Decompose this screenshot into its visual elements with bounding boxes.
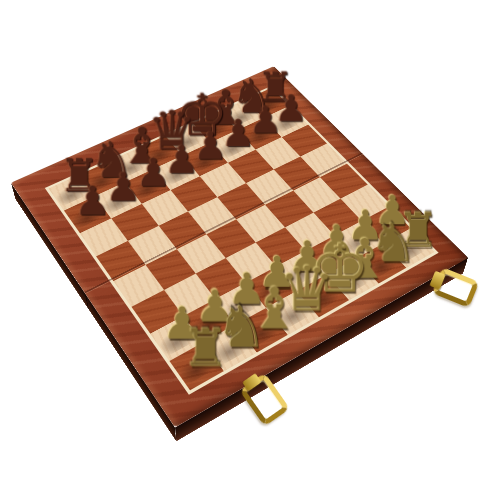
gold-clasp-latch-right bbox=[432, 267, 480, 308]
chess-board: ♜♞♝♛♚♝♞♜♟♟♟♟♟♟♟♟♟♟♟♟♟♟♟♟♜♞♝♛♚♝♞♜ bbox=[11, 66, 468, 427]
piece-copper-r-h8: ♜ bbox=[257, 66, 288, 108]
product-photo: ♜♞♝♛♚♝♞♜♟♟♟♟♟♟♟♟♟♟♟♟♟♟♟♟♜♞♝♛♚♝♞♜ bbox=[0, 0, 500, 500]
square-f3 bbox=[285, 213, 334, 251]
board-top-face: ♜♞♝♛♚♝♞♜♟♟♟♟♟♟♟♟♟♟♟♟♟♟♟♟♜♞♝♛♚♝♞♜ bbox=[11, 66, 468, 427]
gold-clasp-latch-front bbox=[239, 373, 290, 427]
playing-area: ♜♞♝♛♚♝♞♜♟♟♟♟♟♟♟♟♟♟♟♟♟♟♟♟♜♞♝♛♚♝♞♜ bbox=[45, 85, 439, 394]
board-grid: ♜♞♝♛♚♝♞♜♟♟♟♟♟♟♟♟♟♟♟♟♟♟♟♟♜♞♝♛♚♝♞♜ bbox=[49, 88, 435, 390]
